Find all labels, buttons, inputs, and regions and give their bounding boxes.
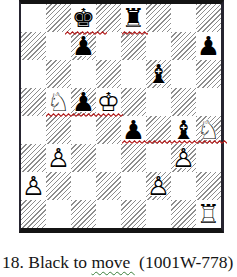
white-pawn: ♟♙: [146, 172, 171, 200]
black-rook: ♜: [121, 4, 146, 32]
caption-suffix: (1001W-778): [135, 252, 234, 272]
square-h6: [196, 60, 221, 88]
square-f8: [146, 4, 171, 32]
square-g2: [171, 172, 196, 200]
black-pawn: ♟: [71, 32, 96, 60]
square-c3: [71, 144, 96, 172]
square-a6: [21, 60, 46, 88]
square-e2: [121, 172, 146, 200]
white-piece-outline: ♖: [196, 200, 221, 228]
square-f4: [146, 116, 171, 144]
square-b6: [46, 60, 71, 88]
square-c1: [71, 200, 96, 228]
square-b8: [46, 4, 71, 32]
square-a7: [21, 32, 46, 60]
square-g8: [171, 4, 196, 32]
square-d3: [96, 144, 121, 172]
square-b5: ♞♘: [46, 88, 71, 116]
square-h1: ♜♖: [196, 200, 221, 228]
square-g5: [171, 88, 196, 116]
square-d8: [96, 4, 121, 32]
black-pawn: ♟: [121, 116, 146, 144]
square-h2: [196, 172, 221, 200]
square-d5: ♚♔: [96, 88, 121, 116]
white-piece-outline: ♙: [146, 172, 171, 200]
square-e7: [121, 32, 146, 60]
square-h5: [196, 88, 221, 116]
square-a1: [21, 200, 46, 228]
square-g7: [171, 32, 196, 60]
chess-board-grid: ♚♜♟♟♝♞♘♟♚♔♟♝♞♘♟♙♟♙♟♙♟♙♜♖: [21, 4, 221, 228]
square-b3: ♟♙: [46, 144, 71, 172]
square-d1: [96, 200, 121, 228]
square-d4: [96, 116, 121, 144]
caption-prefix: 18. Black to: [2, 252, 91, 272]
white-piece-outline: ♘: [196, 116, 221, 144]
square-a3: [21, 144, 46, 172]
square-f3: [146, 144, 171, 172]
white-piece-outline: ♘: [46, 88, 71, 116]
square-a2: ♟♙: [21, 172, 46, 200]
square-a5: [21, 88, 46, 116]
square-f1: [146, 200, 171, 228]
square-f2: ♟♙: [146, 172, 171, 200]
chess-board: ♚♜♟♟♝♞♘♟♚♔♟♝♞♘♟♙♟♙♟♙♟♙♜♖: [19, 0, 224, 233]
square-e5: [121, 88, 146, 116]
square-b2: [46, 172, 71, 200]
square-h8: [196, 4, 221, 32]
caption-word-move: move: [91, 252, 134, 272]
white-piece-outline: ♔: [96, 88, 121, 116]
square-c4: [71, 116, 96, 144]
square-e3: [121, 144, 146, 172]
square-e1: [121, 200, 146, 228]
square-e6: [121, 60, 146, 88]
square-g6: [171, 60, 196, 88]
square-h7: ♟: [196, 32, 221, 60]
square-g1: [171, 200, 196, 228]
black-bishop: ♝: [171, 116, 196, 144]
square-c5: ♟: [71, 88, 96, 116]
square-b4: [46, 116, 71, 144]
white-piece-outline: ♙: [171, 144, 196, 172]
white-pawn: ♟♙: [46, 144, 71, 172]
square-f7: [146, 32, 171, 60]
square-c7: ♟: [71, 32, 96, 60]
square-b7: [46, 32, 71, 60]
square-a8: [21, 4, 46, 32]
square-e8: ♜: [121, 4, 146, 32]
white-king: ♚♔: [96, 88, 121, 116]
square-c2: [71, 172, 96, 200]
white-knight: ♞♘: [196, 116, 221, 144]
square-d6: [96, 60, 121, 88]
square-h4: ♞♘: [196, 116, 221, 144]
square-f5: [146, 88, 171, 116]
black-pawn: ♟: [196, 32, 221, 60]
white-piece-outline: ♙: [46, 144, 71, 172]
square-g3: ♟♙: [171, 144, 196, 172]
square-b1: [46, 200, 71, 228]
white-pawn: ♟♙: [171, 144, 196, 172]
white-knight: ♞♘: [46, 88, 71, 116]
square-g4: ♝: [171, 116, 196, 144]
square-c6: [71, 60, 96, 88]
white-pawn: ♟♙: [21, 172, 46, 200]
square-c8: ♚: [71, 4, 96, 32]
square-d2: [96, 172, 121, 200]
square-a4: [21, 116, 46, 144]
square-f6: ♝: [146, 60, 171, 88]
black-pawn: ♟: [71, 88, 96, 116]
square-d7: [96, 32, 121, 60]
black-king: ♚: [71, 4, 96, 32]
black-bishop: ♝: [146, 60, 171, 88]
square-e4: ♟: [121, 116, 146, 144]
white-rook: ♜♖: [196, 200, 221, 228]
white-piece-outline: ♙: [21, 172, 46, 200]
square-h3: [196, 144, 221, 172]
caption: 18. Black to move (1001W-778): [2, 252, 237, 273]
